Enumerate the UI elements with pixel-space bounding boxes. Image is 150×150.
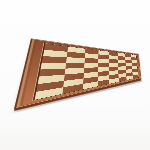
board-square xyxy=(133,75,139,79)
board-square xyxy=(83,81,98,89)
chess-board xyxy=(14,39,141,109)
board-square xyxy=(119,77,127,82)
board-square xyxy=(109,78,118,84)
board-grid xyxy=(35,44,139,100)
board-square xyxy=(98,79,110,86)
product-photo xyxy=(0,0,150,150)
